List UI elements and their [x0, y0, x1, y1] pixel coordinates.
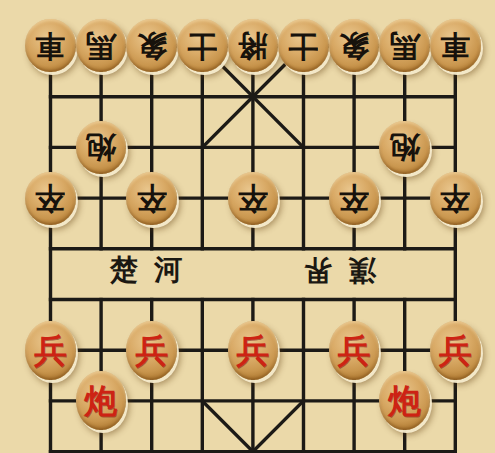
board-cell: 兵 [126, 325, 177, 376]
piece-glyph: 卒 [137, 183, 167, 213]
piece-glyph: 炮 [388, 384, 421, 417]
piece-glyph: 士 [187, 31, 217, 61]
piece-red-soldier[interactable]: 兵 [126, 321, 177, 380]
piece-black-chariot[interactable]: 車 [25, 19, 76, 72]
xiangqi-board: 楚河 漢界 車馬象士將士象馬車炮炮卒卒卒卒卒兵兵兵兵兵炮炮 [0, 0, 495, 453]
piece-glyph: 馬 [390, 31, 420, 61]
board-cell: 卒 [126, 173, 177, 224]
piece-red-soldier[interactable]: 兵 [430, 321, 481, 380]
board-cell: 象 [126, 21, 177, 72]
piece-glyph: 士 [288, 31, 318, 61]
board-cell: 兵 [430, 325, 481, 376]
piece-red-soldier[interactable]: 兵 [228, 321, 279, 380]
board-cell: 士 [278, 21, 329, 72]
piece-glyph: 兵 [439, 334, 472, 367]
piece-glyph: 兵 [236, 334, 269, 367]
piece-red-soldier[interactable]: 兵 [25, 321, 76, 380]
board-cell: 將 [228, 21, 279, 72]
piece-black-elephant[interactable]: 象 [329, 19, 380, 72]
piece-black-elephant[interactable]: 象 [126, 19, 177, 72]
piece-glyph: 象 [339, 31, 369, 61]
board-cell: 兵 [329, 325, 380, 376]
piece-black-soldier[interactable]: 卒 [329, 172, 380, 225]
piece-black-cannon[interactable]: 炮 [76, 121, 127, 174]
piece-glyph: 卒 [440, 183, 470, 213]
piece-glyph: 兵 [34, 334, 67, 367]
piece-black-soldier[interactable]: 卒 [430, 172, 481, 225]
piece-glyph: 卒 [238, 183, 268, 213]
board-intersections[interactable]: 車馬象士將士象馬車炮炮卒卒卒卒卒兵兵兵兵兵炮炮 [25, 21, 480, 453]
board-cell: 士 [177, 21, 228, 72]
piece-glyph: 象 [137, 31, 167, 61]
piece-black-soldier[interactable]: 卒 [228, 172, 279, 225]
piece-glyph: 炮 [86, 132, 116, 162]
board-cell: 炮 [76, 375, 127, 426]
board-cell: 車 [430, 21, 481, 72]
board-cell: 卒 [228, 173, 279, 224]
board-cell: 車 [25, 21, 76, 72]
piece-glyph: 馬 [86, 31, 116, 61]
piece-glyph: 將 [238, 31, 268, 61]
piece-glyph: 車 [440, 31, 470, 61]
piece-glyph: 炮 [85, 384, 118, 417]
piece-black-general[interactable]: 將 [228, 19, 279, 72]
piece-red-cannon[interactable]: 炮 [379, 371, 430, 430]
board-cell: 馬 [379, 21, 430, 72]
board-cell: 炮 [379, 375, 430, 426]
piece-black-chariot[interactable]: 車 [430, 19, 481, 72]
board-cell: 炮 [76, 122, 127, 173]
piece-black-advisor[interactable]: 士 [177, 19, 228, 72]
piece-glyph: 兵 [135, 334, 168, 367]
board-cell: 卒 [25, 173, 76, 224]
piece-black-soldier[interactable]: 卒 [25, 172, 76, 225]
piece-black-cannon[interactable]: 炮 [379, 121, 430, 174]
board-cell: 卒 [329, 173, 380, 224]
piece-black-horse[interactable]: 馬 [76, 19, 127, 72]
board-cell: 馬 [76, 21, 127, 72]
board-cell: 象 [329, 21, 380, 72]
piece-red-soldier[interactable]: 兵 [329, 321, 380, 380]
piece-black-soldier[interactable]: 卒 [126, 172, 177, 225]
board-cell: 炮 [379, 122, 430, 173]
piece-glyph: 車 [35, 31, 65, 61]
board-cell: 卒 [430, 173, 481, 224]
piece-glyph: 卒 [35, 183, 65, 213]
piece-red-cannon[interactable]: 炮 [76, 371, 127, 430]
piece-glyph: 兵 [338, 334, 371, 367]
board-cell: 兵 [228, 325, 279, 376]
piece-black-horse[interactable]: 馬 [379, 19, 430, 72]
board-cell: 兵 [25, 325, 76, 376]
piece-glyph: 炮 [390, 132, 420, 162]
piece-glyph: 卒 [339, 183, 369, 213]
piece-black-advisor[interactable]: 士 [278, 19, 329, 72]
